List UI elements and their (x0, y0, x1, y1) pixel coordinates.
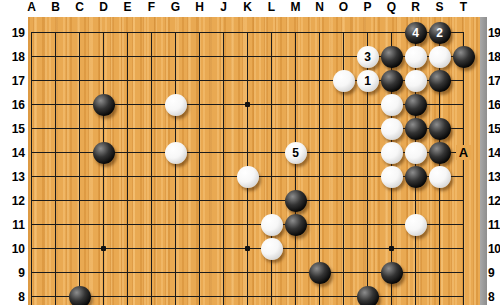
stone-black-M12[interactable] (285, 190, 307, 212)
row-label-left-12: 12 (0, 193, 25, 209)
stone-white-O17[interactable] (333, 70, 355, 92)
stone-white-M14[interactable]: 5 (285, 142, 307, 164)
stone-black-R19[interactable]: 4 (405, 22, 427, 44)
row-label-right-16: 16 (488, 97, 500, 113)
row-label-left-14: 14 (0, 145, 25, 161)
row-label-left-15: 15 (0, 121, 25, 137)
row-label-right-10: 10 (488, 241, 500, 257)
stone-white-L11[interactable] (261, 214, 283, 236)
stone-white-Q16[interactable] (381, 94, 403, 116)
board-shadow (480, 17, 487, 305)
column-label-L: L (260, 0, 284, 15)
row-label-left-18: 18 (0, 49, 25, 65)
column-label-M: M (284, 0, 308, 15)
row-label-left-17: 17 (0, 73, 25, 89)
stone-black-R15[interactable] (405, 118, 427, 140)
stone-white-S13[interactable] (429, 166, 451, 188)
stone-black-S15[interactable] (429, 118, 451, 140)
row-label-right-19: 19 (488, 25, 500, 41)
column-label-J: J (212, 0, 236, 15)
star-point-D10 (101, 246, 106, 251)
row-label-right-12: 12 (488, 193, 500, 209)
move-number-4: 4 (405, 22, 427, 44)
stone-white-Q15[interactable] (381, 118, 403, 140)
column-label-F: F (140, 0, 164, 15)
stone-white-Q14[interactable] (381, 142, 403, 164)
stone-white-Q13[interactable] (381, 166, 403, 188)
stone-black-T18[interactable] (453, 46, 475, 68)
column-label-D: D (92, 0, 116, 15)
stone-black-P8[interactable] (357, 286, 379, 305)
stone-white-R14[interactable] (405, 142, 427, 164)
stone-black-D16[interactable] (93, 94, 115, 116)
column-label-A: A (20, 0, 44, 15)
column-label-P: P (356, 0, 380, 15)
column-label-K: K (236, 0, 260, 15)
column-label-O: O (332, 0, 356, 15)
move-number-2: 2 (429, 22, 451, 44)
column-label-G: G (164, 0, 188, 15)
stone-white-R18[interactable] (405, 46, 427, 68)
stone-white-K13[interactable] (237, 166, 259, 188)
column-label-N: N (308, 0, 332, 15)
star-point-K16 (245, 102, 250, 107)
row-label-left-10: 10 (0, 241, 25, 257)
stone-black-N9[interactable] (309, 262, 331, 284)
row-label-left-13: 13 (0, 169, 25, 185)
star-point-Q10 (389, 246, 394, 251)
stone-black-C8[interactable] (69, 286, 91, 305)
stone-white-S18[interactable] (429, 46, 451, 68)
row-label-right-14: 14 (488, 145, 500, 161)
column-label-T: T (452, 0, 476, 15)
stone-black-S17[interactable] (429, 70, 451, 92)
go-board[interactable]: 42315A (28, 17, 480, 305)
stone-white-R11[interactable] (405, 214, 427, 236)
stone-white-G16[interactable] (165, 94, 187, 116)
row-label-right-11: 11 (488, 217, 500, 233)
stone-black-Q18[interactable] (381, 46, 403, 68)
move-number-1: 1 (357, 70, 379, 92)
stone-black-R13[interactable] (405, 166, 427, 188)
move-number-3: 3 (357, 46, 379, 68)
row-label-left-9: 9 (0, 265, 25, 281)
stone-black-Q17[interactable] (381, 70, 403, 92)
stone-white-R17[interactable] (405, 70, 427, 92)
stone-white-P18[interactable]: 3 (357, 46, 379, 68)
row-label-left-11: 11 (0, 217, 25, 233)
row-label-right-9: 9 (488, 265, 500, 281)
annotation-A-T14: A (456, 145, 472, 160)
star-point-K10 (245, 246, 250, 251)
stone-black-S14[interactable] (429, 142, 451, 164)
row-label-left-19: 19 (0, 25, 25, 41)
row-label-right-15: 15 (488, 121, 500, 137)
row-label-right-13: 13 (488, 169, 500, 185)
row-label-right-17: 17 (488, 73, 500, 89)
column-label-C: C (68, 0, 92, 15)
go-diagram-page: { "game": "go", "board": { "size": 19, "… (0, 0, 500, 305)
column-label-E: E (116, 0, 140, 15)
column-label-H: H (188, 0, 212, 15)
column-label-S: S (428, 0, 452, 15)
row-label-right-8: 8 (488, 289, 500, 305)
stone-white-P17[interactable]: 1 (357, 70, 379, 92)
row-label-left-16: 16 (0, 97, 25, 113)
column-label-Q: Q (380, 0, 404, 15)
stone-black-S19[interactable]: 2 (429, 22, 451, 44)
stone-black-Q9[interactable] (381, 262, 403, 284)
row-label-left-8: 8 (0, 289, 25, 305)
stone-white-G14[interactable] (165, 142, 187, 164)
stone-white-L10[interactable] (261, 238, 283, 260)
stone-black-R16[interactable] (405, 94, 427, 116)
stone-black-M11[interactable] (285, 214, 307, 236)
stone-black-D14[interactable] (93, 142, 115, 164)
row-label-right-18: 18 (488, 49, 500, 65)
column-label-R: R (404, 0, 428, 15)
move-number-5: 5 (285, 142, 307, 164)
column-label-B: B (44, 0, 68, 15)
